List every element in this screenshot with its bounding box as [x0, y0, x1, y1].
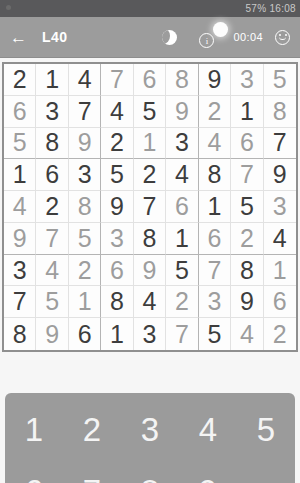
- key-empty: [237, 461, 295, 483]
- cell-r8c1[interactable]: 7: [4, 286, 36, 318]
- cell-r8c9[interactable]: 6: [264, 286, 296, 318]
- sudoku-board: 2147689356374592185892134671635248794289…: [2, 62, 298, 352]
- cell-r4c6[interactable]: 4: [166, 159, 198, 191]
- cell-r6c4[interactable]: 3: [101, 223, 133, 255]
- night-mode-icon[interactable]: [162, 30, 177, 45]
- info-icon[interactable]: i: [199, 33, 214, 48]
- cell-r5c1[interactable]: 4: [4, 191, 36, 223]
- cell-r7c8[interactable]: 8: [231, 255, 263, 287]
- cell-r5c4[interactable]: 9: [101, 191, 133, 223]
- cell-r5c3[interactable]: 8: [69, 191, 101, 223]
- cell-r3c1[interactable]: 5: [4, 128, 36, 160]
- cell-r1c5[interactable]: 6: [134, 64, 166, 96]
- cell-r1c2[interactable]: 1: [36, 64, 68, 96]
- status-bar: 57% 16:08: [0, 0, 300, 17]
- cell-r3c5[interactable]: 1: [134, 128, 166, 160]
- cell-r4c2[interactable]: 6: [36, 159, 68, 191]
- number-keypad: 123456789: [5, 393, 295, 483]
- cell-r1c9[interactable]: 5: [264, 64, 296, 96]
- cell-r5c5[interactable]: 7: [134, 191, 166, 223]
- cell-r7c5[interactable]: 9: [134, 255, 166, 287]
- timer: 00:04: [233, 31, 263, 43]
- cell-r7c3[interactable]: 2: [69, 255, 101, 287]
- key-1[interactable]: 1: [5, 399, 63, 461]
- key-3[interactable]: 3: [121, 399, 179, 461]
- cell-r2c2[interactable]: 3: [36, 96, 68, 128]
- cell-r9c6[interactable]: 7: [166, 318, 198, 350]
- cell-r8c5[interactable]: 4: [134, 286, 166, 318]
- key-7[interactable]: 7: [63, 461, 121, 483]
- cell-r5c8[interactable]: 5: [231, 191, 263, 223]
- cell-r3c8[interactable]: 6: [231, 128, 263, 160]
- cell-r3c2[interactable]: 8: [36, 128, 68, 160]
- cell-r5c7[interactable]: 1: [199, 191, 231, 223]
- cell-r2c1[interactable]: 6: [4, 96, 36, 128]
- cell-r1c8[interactable]: 3: [231, 64, 263, 96]
- cell-r1c4[interactable]: 7: [101, 64, 133, 96]
- notification-dot-icon: [6, 5, 11, 10]
- back-icon[interactable]: ←: [10, 29, 27, 46]
- cell-r2c4[interactable]: 4: [101, 96, 133, 128]
- key-6[interactable]: 6: [5, 461, 63, 483]
- cell-r4c7[interactable]: 8: [199, 159, 231, 191]
- cell-r9c9[interactable]: 2: [264, 318, 296, 350]
- cell-r8c8[interactable]: 9: [231, 286, 263, 318]
- cell-r4c8[interactable]: 7: [231, 159, 263, 191]
- cell-r9c8[interactable]: 4: [231, 318, 263, 350]
- cell-r7c4[interactable]: 6: [101, 255, 133, 287]
- cell-r2c9[interactable]: 8: [264, 96, 296, 128]
- smiley-icon[interactable]: [275, 30, 290, 45]
- key-2[interactable]: 2: [63, 399, 121, 461]
- cell-r1c7[interactable]: 9: [199, 64, 231, 96]
- cell-r7c9[interactable]: 1: [264, 255, 296, 287]
- cell-r2c6[interactable]: 9: [166, 96, 198, 128]
- cell-r3c9[interactable]: 7: [264, 128, 296, 160]
- info-toggle-group[interactable]: i: [199, 22, 225, 52]
- cell-r5c6[interactable]: 6: [166, 191, 198, 223]
- battery-clock-text: 57% 16:08: [245, 3, 296, 14]
- cell-r5c9[interactable]: 3: [264, 191, 296, 223]
- cell-r5c2[interactable]: 2: [36, 191, 68, 223]
- cell-r8c7[interactable]: 3: [199, 286, 231, 318]
- cell-r1c3[interactable]: 4: [69, 64, 101, 96]
- toggle-knob-icon[interactable]: [213, 22, 228, 37]
- cell-r2c3[interactable]: 7: [69, 96, 101, 128]
- cell-r6c7[interactable]: 6: [199, 223, 231, 255]
- app-bar-actions: i 00:04: [162, 22, 290, 52]
- level-title: L40: [42, 29, 68, 45]
- cell-r7c6[interactable]: 5: [166, 255, 198, 287]
- key-8[interactable]: 8: [121, 461, 179, 483]
- key-9[interactable]: 9: [179, 461, 237, 483]
- cell-r7c7[interactable]: 7: [199, 255, 231, 287]
- cell-r4c5[interactable]: 2: [134, 159, 166, 191]
- cell-r1c6[interactable]: 8: [166, 64, 198, 96]
- cell-r8c2[interactable]: 5: [36, 286, 68, 318]
- cell-r2c7[interactable]: 2: [199, 96, 231, 128]
- cell-r4c3[interactable]: 3: [69, 159, 101, 191]
- cell-r6c1[interactable]: 9: [4, 223, 36, 255]
- cell-r3c7[interactable]: 4: [199, 128, 231, 160]
- cell-r7c2[interactable]: 4: [36, 255, 68, 287]
- cell-r6c8[interactable]: 2: [231, 223, 263, 255]
- key-4[interactable]: 4: [179, 399, 237, 461]
- app-bar: ← L40 i 00:04: [0, 17, 300, 58]
- cell-r6c5[interactable]: 8: [134, 223, 166, 255]
- cell-r3c6[interactable]: 3: [166, 128, 198, 160]
- cell-r4c9[interactable]: 9: [264, 159, 296, 191]
- cell-r9c5[interactable]: 3: [134, 318, 166, 350]
- cell-r6c6[interactable]: 1: [166, 223, 198, 255]
- cell-r3c4[interactable]: 2: [101, 128, 133, 160]
- cell-r9c3[interactable]: 6: [69, 318, 101, 350]
- cell-r9c1[interactable]: 8: [4, 318, 36, 350]
- cell-r8c6[interactable]: 2: [166, 286, 198, 318]
- cell-r9c7[interactable]: 5: [199, 318, 231, 350]
- cell-r4c4[interactable]: 5: [101, 159, 133, 191]
- cell-r7c1[interactable]: 3: [4, 255, 36, 287]
- cell-r9c2[interactable]: 9: [36, 318, 68, 350]
- sudoku-app: { "game": "sudoku", "position": "2147689…: [0, 0, 300, 483]
- cell-r6c9[interactable]: 4: [264, 223, 296, 255]
- cell-r2c8[interactable]: 1: [231, 96, 263, 128]
- cell-r1c1[interactable]: 2: [4, 64, 36, 96]
- cell-r3c3[interactable]: 9: [69, 128, 101, 160]
- cell-r9c4[interactable]: 1: [101, 318, 133, 350]
- cell-r4c1[interactable]: 1: [4, 159, 36, 191]
- cell-r6c3[interactable]: 5: [69, 223, 101, 255]
- cell-r2c5[interactable]: 5: [134, 96, 166, 128]
- cell-r6c2[interactable]: 7: [36, 223, 68, 255]
- cell-r8c3[interactable]: 1: [69, 286, 101, 318]
- key-5[interactable]: 5: [237, 399, 295, 461]
- cell-r8c4[interactable]: 8: [101, 286, 133, 318]
